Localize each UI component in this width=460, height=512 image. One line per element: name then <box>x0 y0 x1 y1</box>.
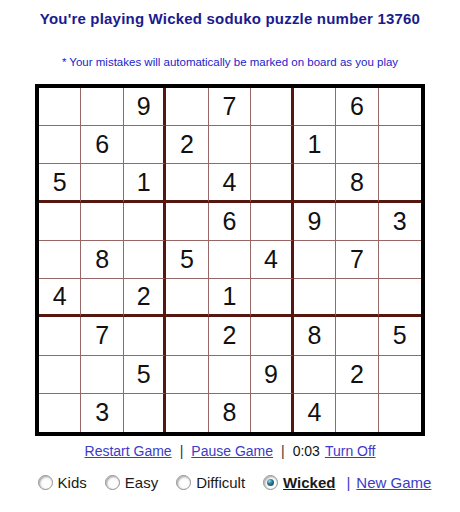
sudoku-cell-r5c8[interactable]: 7 <box>336 241 378 279</box>
sudoku-cell-r8c8[interactable]: 2 <box>336 356 378 394</box>
sudoku-cell-r6c3[interactable]: 2 <box>124 279 166 317</box>
radio-icon-wicked-selected[interactable] <box>263 475 278 490</box>
sudoku-cell-r8c1[interactable] <box>39 356 81 394</box>
sudoku-cell-r3c9[interactable] <box>379 164 421 202</box>
sudoku-cell-r5c3[interactable] <box>124 241 166 279</box>
sudoku-cell-r2c4[interactable]: 2 <box>166 126 208 164</box>
sudoku-cell-r4c6[interactable] <box>251 203 293 241</box>
sudoku-cell-r9c9[interactable] <box>379 394 421 432</box>
sudoku-cell-r6c8[interactable] <box>336 279 378 317</box>
sudoku-page: You're playing Wicked soduko puzzle numb… <box>0 0 460 512</box>
sudoku-cell-r2c1[interactable] <box>39 126 81 164</box>
controls-separator: | <box>281 443 285 459</box>
sudoku-cell-r6c7[interactable] <box>294 279 336 317</box>
difficulty-option-easy[interactable]: Easy <box>105 474 158 491</box>
game-controls: Restart Game|Pause Game|0:03Turn Off <box>0 443 460 459</box>
sudoku-cell-r1c9[interactable] <box>379 88 421 126</box>
difficulty-label-easy[interactable]: Easy <box>125 474 158 491</box>
sudoku-cell-r8c3[interactable]: 5 <box>124 356 166 394</box>
mistakes-note: * Your mistakes will automatically be ma… <box>0 56 460 68</box>
sudoku-cell-r6c6[interactable] <box>251 279 293 317</box>
sudoku-cell-r2c8[interactable] <box>336 126 378 164</box>
sudoku-cell-r4c3[interactable] <box>124 203 166 241</box>
sudoku-cell-r3c4[interactable] <box>166 164 208 202</box>
sudoku-cell-r2c3[interactable] <box>124 126 166 164</box>
sudoku-cell-r4c5[interactable]: 6 <box>209 203 251 241</box>
sudoku-cell-r2c6[interactable] <box>251 126 293 164</box>
sudoku-cell-r3c1[interactable]: 5 <box>39 164 81 202</box>
sudoku-cell-r5c1[interactable] <box>39 241 81 279</box>
radio-icon-easy[interactable] <box>105 475 120 490</box>
sudoku-cell-r6c1[interactable]: 4 <box>39 279 81 317</box>
sudoku-cell-r6c5[interactable]: 1 <box>209 279 251 317</box>
sudoku-cell-r3c8[interactable]: 8 <box>336 164 378 202</box>
sudoku-board: 976621514869385474217285592384 <box>35 84 425 436</box>
restart-game-link[interactable]: Restart Game <box>85 443 172 459</box>
sudoku-cell-r8c9[interactable] <box>379 356 421 394</box>
sudoku-cell-r7c1[interactable] <box>39 317 81 355</box>
sudoku-cell-r7c3[interactable] <box>124 317 166 355</box>
sudoku-cell-r9c6[interactable] <box>251 394 293 432</box>
sudoku-cell-r5c2[interactable]: 8 <box>81 241 123 279</box>
sudoku-cell-r1c6[interactable] <box>251 88 293 126</box>
sudoku-cell-r7c9[interactable]: 5 <box>379 317 421 355</box>
sudoku-cell-r2c2[interactable]: 6 <box>81 126 123 164</box>
sudoku-cell-r1c2[interactable] <box>81 88 123 126</box>
difficulty-option-difficult[interactable]: Difficult <box>176 474 245 491</box>
sudoku-cell-r5c5[interactable] <box>209 241 251 279</box>
sudoku-cell-r1c7[interactable] <box>294 88 336 126</box>
difficulty-label-difficult[interactable]: Difficult <box>196 474 245 491</box>
sudoku-cell-r8c6[interactable]: 9 <box>251 356 293 394</box>
sudoku-cell-r8c7[interactable] <box>294 356 336 394</box>
sudoku-cell-r5c6[interactable]: 4 <box>251 241 293 279</box>
sudoku-cell-r5c7[interactable] <box>294 241 336 279</box>
difficulty-label-kids[interactable]: Kids <box>58 474 87 491</box>
sudoku-cell-r3c3[interactable]: 1 <box>124 164 166 202</box>
sudoku-cell-r9c1[interactable] <box>39 394 81 432</box>
sudoku-cell-r7c4[interactable] <box>166 317 208 355</box>
sudoku-cell-r4c9[interactable]: 3 <box>379 203 421 241</box>
sudoku-cell-r7c6[interactable] <box>251 317 293 355</box>
sudoku-cell-r9c5[interactable]: 8 <box>209 394 251 432</box>
difficulty-label-wicked[interactable]: Wicked <box>283 474 335 491</box>
radio-icon-difficult[interactable] <box>176 475 191 490</box>
sudoku-cell-r9c8[interactable] <box>336 394 378 432</box>
controls-separator: | <box>180 443 184 459</box>
difficulty-option-wicked[interactable]: Wicked <box>263 474 335 491</box>
sudoku-cell-r1c1[interactable] <box>39 88 81 126</box>
difficulty-separator: | <box>346 474 350 491</box>
sudoku-cell-r1c4[interactable] <box>166 88 208 126</box>
sudoku-cell-r7c5[interactable]: 2 <box>209 317 251 355</box>
sudoku-cell-r3c6[interactable] <box>251 164 293 202</box>
sudoku-cell-r3c2[interactable] <box>81 164 123 202</box>
sudoku-cell-r4c8[interactable] <box>336 203 378 241</box>
game-timer: 0:03 <box>293 443 320 459</box>
sudoku-cell-r1c8[interactable]: 6 <box>336 88 378 126</box>
pause-game-link[interactable]: Pause Game <box>191 443 273 459</box>
sudoku-cell-r2c5[interactable] <box>209 126 251 164</box>
sudoku-cell-r4c4[interactable] <box>166 203 208 241</box>
sudoku-cell-r2c9[interactable] <box>379 126 421 164</box>
sudoku-cell-r6c9[interactable] <box>379 279 421 317</box>
sudoku-cell-r5c4[interactable]: 5 <box>166 241 208 279</box>
sudoku-cell-r8c5[interactable] <box>209 356 251 394</box>
sudoku-cell-r9c7[interactable]: 4 <box>294 394 336 432</box>
sudoku-cell-r1c3[interactable]: 9 <box>124 88 166 126</box>
sudoku-cell-r7c2[interactable]: 7 <box>81 317 123 355</box>
sudoku-cell-r1c5[interactable]: 7 <box>209 88 251 126</box>
page-title: You're playing Wicked soduko puzzle numb… <box>0 10 460 27</box>
sudoku-cell-r8c4[interactable] <box>166 356 208 394</box>
sudoku-cell-r9c2[interactable]: 3 <box>81 394 123 432</box>
sudoku-cell-r6c4[interactable] <box>166 279 208 317</box>
turn-off-link[interactable]: Turn Off <box>325 443 376 459</box>
sudoku-cell-r4c1[interactable] <box>39 203 81 241</box>
sudoku-cell-r2c7[interactable]: 1 <box>294 126 336 164</box>
sudoku-cell-r7c8[interactable] <box>336 317 378 355</box>
sudoku-cell-r6c2[interactable] <box>81 279 123 317</box>
sudoku-cell-r4c2[interactable] <box>81 203 123 241</box>
difficulty-selector: Kids Easy Difficult Wicked | New Game <box>0 474 460 491</box>
sudoku-cell-r4c7[interactable]: 9 <box>294 203 336 241</box>
new-game-link[interactable]: New Game <box>356 474 431 491</box>
sudoku-cell-r9c3[interactable] <box>124 394 166 432</box>
sudoku-cell-r8c2[interactable] <box>81 356 123 394</box>
sudoku-cell-r3c7[interactable] <box>294 164 336 202</box>
sudoku-cell-r9c4[interactable] <box>166 394 208 432</box>
sudoku-cell-r3c5[interactable]: 4 <box>209 164 251 202</box>
radio-icon-kids[interactable] <box>38 475 53 490</box>
sudoku-cell-r7c7[interactable]: 8 <box>294 317 336 355</box>
sudoku-cell-r5c9[interactable] <box>379 241 421 279</box>
difficulty-option-kids[interactable]: Kids <box>38 474 87 491</box>
